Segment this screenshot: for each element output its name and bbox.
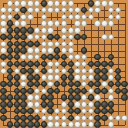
white-stone [47,61,53,67]
white-stone [108,94,114,100]
black-stone [61,74,67,80]
black-stone [47,88,53,94]
black-stone [0,81,6,87]
black-stone [0,88,6,94]
black-stone [20,34,26,40]
black-stone [20,7,26,13]
black-stone [68,68,74,74]
black-stone [54,88,60,94]
black-stone [54,54,60,60]
black-stone [47,94,53,100]
white-stone [27,47,33,53]
white-stone [41,115,47,121]
white-stone [81,115,87,121]
black-stone [27,108,33,114]
black-stone [115,68,121,74]
white-stone [81,94,87,100]
black-stone [14,54,20,60]
white-stone [7,14,13,20]
black-stone [41,94,47,100]
black-stone [88,94,94,100]
black-stone [7,34,13,40]
white-stone [20,54,26,60]
white-stone [108,20,114,26]
black-stone [115,81,121,87]
black-stone [54,81,60,87]
white-stone [27,101,33,107]
white-stone [88,68,94,74]
black-stone [7,74,13,80]
black-stone [0,108,6,114]
black-stone [94,61,100,67]
black-stone [27,41,33,47]
black-stone [54,34,60,40]
black-stone [101,101,107,107]
black-stone [47,101,53,107]
white-stone [47,7,53,13]
white-stone [61,20,67,26]
white-stone [68,41,74,47]
black-stone [94,54,100,60]
black-stone [101,74,107,80]
white-stone [81,14,87,20]
black-stone [14,61,20,67]
black-stone [14,27,20,33]
white-stone [108,74,114,80]
white-stone [101,34,107,40]
white-stone [74,14,80,20]
white-stone [34,88,40,94]
black-stone [41,68,47,74]
black-stone [14,101,20,107]
black-stone [94,74,100,80]
black-stone [20,68,26,74]
white-stone [74,61,80,67]
black-stone [94,108,100,114]
white-stone [81,20,87,26]
black-stone [74,88,80,94]
black-stone [41,81,47,87]
white-stone [41,34,47,40]
white-stone [34,7,40,13]
white-stone [61,108,67,114]
black-stone [20,108,26,114]
black-stone [7,68,13,74]
white-stone [115,7,121,13]
white-stone [74,115,80,121]
black-stone [41,54,47,60]
white-stone [101,20,107,26]
black-stone [41,0,47,6]
black-stone [0,34,6,40]
black-stone [20,41,26,47]
white-stone [74,7,80,13]
white-stone [88,101,94,107]
white-stone [27,14,33,20]
black-stone [115,74,121,80]
white-stone [47,20,53,26]
black-stone [68,74,74,80]
white-stone [61,115,67,121]
black-stone [94,81,100,87]
black-stone [34,121,40,127]
black-stone [101,108,107,114]
white-stone [47,47,53,53]
white-stone [61,101,67,107]
white-stone [68,7,74,13]
white-stone [94,0,100,6]
white-stone [34,0,40,6]
white-stone [47,115,53,121]
black-stone [61,94,67,100]
black-stone [7,94,13,100]
white-stone [68,54,74,60]
white-stone [20,74,26,80]
black-stone [81,7,87,13]
white-stone [41,7,47,13]
white-stone [34,108,40,114]
black-stone [20,47,26,53]
black-stone [20,88,26,94]
black-stone [94,115,100,121]
white-stone [94,20,100,26]
white-stone [74,27,80,33]
white-stone [74,68,80,74]
white-stone [47,121,53,127]
black-stone [54,47,60,53]
black-stone [14,34,20,40]
black-stone [14,74,20,80]
black-stone [20,101,26,107]
white-stone [88,121,94,127]
black-stone [0,54,6,60]
black-stone [68,115,74,121]
black-stone [41,61,47,67]
black-stone [27,88,33,94]
white-stone [108,88,114,94]
white-stone [115,115,121,121]
black-stone [41,101,47,107]
black-stone [68,88,74,94]
black-stone [27,115,33,121]
black-stone [101,115,107,121]
black-stone [34,61,40,67]
white-stone [47,0,53,6]
white-stone [47,74,53,80]
black-stone [7,54,13,60]
white-stone [74,54,80,60]
white-stone [14,20,20,26]
black-stone [47,54,53,60]
go-board[interactable] [0,0,128,128]
white-stone [101,81,107,87]
white-stone [74,20,80,26]
black-stone [47,108,53,114]
white-stone [54,41,60,47]
black-stone [27,68,33,74]
white-stone [7,7,13,13]
white-stone [47,68,53,74]
black-stone [34,41,40,47]
black-stone [108,101,114,107]
black-stone [94,101,100,107]
white-stone [41,27,47,33]
black-stone [94,88,100,94]
white-stone [41,108,47,114]
black-stone [34,74,40,80]
white-stone [0,14,6,20]
white-stone [27,54,33,60]
black-stone [14,41,20,47]
black-stone [14,108,20,114]
white-stone [81,121,87,127]
black-stone [27,81,33,87]
black-stone [14,94,20,100]
white-stone [20,20,26,26]
white-stone [61,14,67,20]
white-stone [54,68,60,74]
black-stone [108,61,114,67]
black-stone [7,61,13,67]
grid-line-vertical [118,3,119,124]
black-stone [27,121,33,127]
black-stone [27,27,33,33]
white-stone [88,7,94,13]
black-stone [61,61,67,67]
white-stone [34,47,40,53]
white-stone [108,121,114,127]
black-stone [101,61,107,67]
white-stone [88,88,94,94]
black-stone [7,81,13,87]
white-stone [54,121,60,127]
grid-line-vertical [125,3,126,124]
white-stone [115,14,121,20]
black-stone [27,61,33,67]
white-stone [20,0,26,6]
white-stone [94,94,100,100]
white-stone [7,0,13,6]
black-stone [61,54,67,60]
white-stone [27,94,33,100]
white-stone [88,74,94,80]
black-stone [74,81,80,87]
white-stone [0,47,6,53]
white-stone [101,0,107,6]
black-stone [14,88,20,94]
black-stone [108,54,114,60]
white-stone [54,74,60,80]
black-stone [14,14,20,20]
black-stone [14,115,20,121]
white-stone [41,88,47,94]
black-stone [74,94,80,100]
black-stone [115,88,121,94]
black-stone [81,34,87,40]
white-stone [41,41,47,47]
white-stone [81,74,87,80]
black-stone [68,94,74,100]
white-stone [0,27,6,33]
white-stone [61,68,67,74]
white-stone [14,0,20,6]
black-stone [20,94,26,100]
white-stone [27,34,33,40]
white-stone [34,27,40,33]
black-stone [14,47,20,53]
black-stone [68,81,74,87]
black-stone [0,101,6,107]
white-stone [0,20,6,26]
black-stone [68,108,74,114]
white-stone [81,54,87,60]
black-stone [41,121,47,127]
black-stone [88,61,94,67]
white-stone [41,20,47,26]
black-stone [20,61,26,67]
black-stone [121,81,127,87]
black-stone [7,101,13,107]
white-stone [14,68,20,74]
white-stone [0,68,6,74]
white-stone [108,7,114,13]
white-stone [81,68,87,74]
white-stone [68,14,74,20]
white-stone [81,61,87,67]
black-stone [14,121,20,127]
black-stone [7,41,13,47]
white-stone [108,115,114,121]
white-stone [74,74,80,80]
black-stone [20,115,26,121]
white-stone [61,27,67,33]
black-stone [0,115,6,121]
white-stone [34,34,40,40]
white-stone [88,14,94,20]
white-stone [61,7,67,13]
black-stone [20,27,26,33]
white-stone [34,68,40,74]
white-stone [27,0,33,6]
white-stone [68,34,74,40]
white-stone [0,61,6,67]
white-stone [88,108,94,114]
white-stone [27,7,33,13]
white-stone [54,108,60,114]
white-stone [68,47,74,53]
black-stone [47,34,53,40]
white-stone [88,115,94,121]
white-stone [20,81,26,87]
white-stone [68,121,74,127]
black-stone [121,88,127,94]
black-stone [7,47,13,53]
white-stone [74,121,80,127]
white-stone [54,0,60,6]
black-stone [88,0,94,6]
white-stone [108,34,114,40]
white-stone [41,14,47,20]
white-stone [68,0,74,6]
white-stone [54,7,60,13]
white-stone [0,41,6,47]
white-stone [54,20,60,26]
white-stone [54,61,60,67]
black-stone [7,121,13,127]
black-stone [101,88,107,94]
black-stone [94,68,100,74]
black-stone [0,94,6,100]
black-stone [34,115,40,121]
black-stone [7,20,13,26]
black-stone [94,121,100,127]
white-stone [61,121,67,127]
black-stone [61,81,67,87]
white-stone [34,94,40,100]
black-stone [81,88,87,94]
black-stone [14,81,20,87]
black-stone [74,108,80,114]
white-stone [61,41,67,47]
white-stone [20,14,26,20]
white-stone [108,0,114,6]
white-stone [81,108,87,114]
white-stone [0,7,6,13]
white-stone [108,14,114,20]
white-stone [61,47,67,53]
white-stone [54,115,60,121]
black-stone [88,81,94,87]
black-stone [68,61,74,67]
white-stone [47,27,53,33]
white-stone [14,7,20,13]
white-stone [41,74,47,80]
black-stone [34,81,40,87]
white-stone [121,115,127,121]
white-stone [68,27,74,33]
white-stone [34,101,40,107]
black-stone [101,68,107,74]
black-stone [74,34,80,40]
black-stone [81,47,87,53]
white-stone [81,81,87,87]
white-stone [61,34,67,40]
white-stone [108,68,114,74]
black-stone [68,101,74,107]
white-stone [74,101,80,107]
white-stone [94,7,100,13]
white-stone [81,101,87,107]
black-stone [108,108,114,114]
white-stone [47,41,53,47]
black-stone [27,74,33,80]
white-stone [47,81,53,87]
white-stone [34,54,40,60]
black-stone [20,121,26,127]
black-stone [121,94,127,100]
white-stone [41,47,47,53]
black-stone [7,27,13,33]
black-stone [108,81,114,87]
white-stone [61,0,67,6]
